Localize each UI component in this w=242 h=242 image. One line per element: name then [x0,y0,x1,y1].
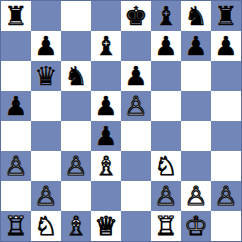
square-g6[interactable] [181,61,211,91]
black-pawn[interactable]: ♟ [34,33,57,59]
square-a7[interactable] [1,31,31,61]
square-d6[interactable] [91,61,121,91]
square-f3[interactable]: ♘ [151,151,181,181]
square-h2[interactable]: ♙ [211,181,241,211]
square-f1[interactable]: ♖ [151,211,181,241]
chess-board: ♜♚♝♞♜♟♝♟♟♟♛♞♟♟♟♙♟♙♙♗♘♙♙♙♙♖♘♗♕♖♔ [0,0,242,242]
square-e8[interactable]: ♚ [121,1,151,31]
black-bishop[interactable]: ♝ [154,3,177,29]
black-pawn[interactable]: ♟ [154,33,177,59]
square-b2[interactable]: ♙ [31,181,61,211]
square-g7[interactable]: ♟ [181,31,211,61]
square-f2[interactable]: ♙ [151,181,181,211]
square-h5[interactable] [211,91,241,121]
white-bishop[interactable]: ♗ [64,213,87,239]
white-pawn[interactable]: ♙ [34,183,57,209]
square-f4[interactable] [151,121,181,151]
square-e6[interactable]: ♟ [121,61,151,91]
white-pawn[interactable]: ♙ [64,153,87,179]
black-pawn[interactable]: ♟ [184,33,207,59]
square-b6[interactable]: ♛ [31,61,61,91]
square-g8[interactable]: ♞ [181,1,211,31]
square-a5[interactable]: ♟ [1,91,31,121]
white-pawn[interactable]: ♙ [184,183,207,209]
white-knight[interactable]: ♘ [154,153,177,179]
square-c2[interactable] [61,181,91,211]
white-rook[interactable]: ♖ [4,213,27,239]
square-c8[interactable] [61,1,91,31]
square-d1[interactable]: ♕ [91,211,121,241]
square-h6[interactable] [211,61,241,91]
black-bishop[interactable]: ♝ [94,33,117,59]
black-knight[interactable]: ♞ [184,3,207,29]
square-h7[interactable]: ♟ [211,31,241,61]
square-f8[interactable]: ♝ [151,1,181,31]
black-pawn[interactable]: ♟ [124,63,147,89]
square-g2[interactable]: ♙ [181,181,211,211]
square-e7[interactable] [121,31,151,61]
white-bishop[interactable]: ♗ [94,153,117,179]
square-c6[interactable]: ♞ [61,61,91,91]
square-g3[interactable] [181,151,211,181]
black-knight[interactable]: ♞ [64,63,87,89]
square-c1[interactable]: ♗ [61,211,91,241]
square-d3[interactable]: ♗ [91,151,121,181]
square-a1[interactable]: ♖ [1,211,31,241]
white-pawn[interactable]: ♙ [214,183,237,209]
square-b7[interactable]: ♟ [31,31,61,61]
square-b4[interactable] [31,121,61,151]
square-g5[interactable] [181,91,211,121]
square-a3[interactable]: ♙ [1,151,31,181]
square-c4[interactable] [61,121,91,151]
square-a2[interactable] [1,181,31,211]
square-g4[interactable] [181,121,211,151]
square-c5[interactable] [61,91,91,121]
black-pawn[interactable]: ♟ [4,93,27,119]
square-c3[interactable]: ♙ [61,151,91,181]
square-e1[interactable] [121,211,151,241]
square-h4[interactable] [211,121,241,151]
black-pawn[interactable]: ♟ [94,93,117,119]
white-pawn[interactable]: ♙ [124,93,147,119]
square-e5[interactable]: ♙ [121,91,151,121]
square-h1[interactable] [211,211,241,241]
white-pawn[interactable]: ♙ [154,183,177,209]
white-knight[interactable]: ♘ [34,213,57,239]
white-pawn[interactable]: ♙ [4,153,27,179]
square-h3[interactable] [211,151,241,181]
black-rook[interactable]: ♜ [214,3,237,29]
square-d8[interactable] [91,1,121,31]
square-e4[interactable] [121,121,151,151]
square-f7[interactable]: ♟ [151,31,181,61]
square-d2[interactable] [91,181,121,211]
square-g1[interactable]: ♔ [181,211,211,241]
black-queen[interactable]: ♛ [34,63,57,89]
square-f6[interactable] [151,61,181,91]
square-b5[interactable] [31,91,61,121]
white-queen[interactable]: ♕ [94,213,117,239]
square-a8[interactable]: ♜ [1,1,31,31]
square-d7[interactable]: ♝ [91,31,121,61]
white-king[interactable]: ♔ [184,213,207,239]
black-rook[interactable]: ♜ [4,3,27,29]
square-a4[interactable] [1,121,31,151]
black-pawn[interactable]: ♟ [94,123,117,149]
square-b3[interactable] [31,151,61,181]
square-f5[interactable] [151,91,181,121]
square-h8[interactable]: ♜ [211,1,241,31]
square-b1[interactable]: ♘ [31,211,61,241]
square-e3[interactable] [121,151,151,181]
square-c7[interactable] [61,31,91,61]
black-pawn[interactable]: ♟ [214,33,237,59]
square-b8[interactable] [31,1,61,31]
square-e2[interactable] [121,181,151,211]
square-d5[interactable]: ♟ [91,91,121,121]
square-a6[interactable] [1,61,31,91]
square-d4[interactable]: ♟ [91,121,121,151]
white-rook[interactable]: ♖ [154,213,177,239]
black-king[interactable]: ♚ [124,3,147,29]
